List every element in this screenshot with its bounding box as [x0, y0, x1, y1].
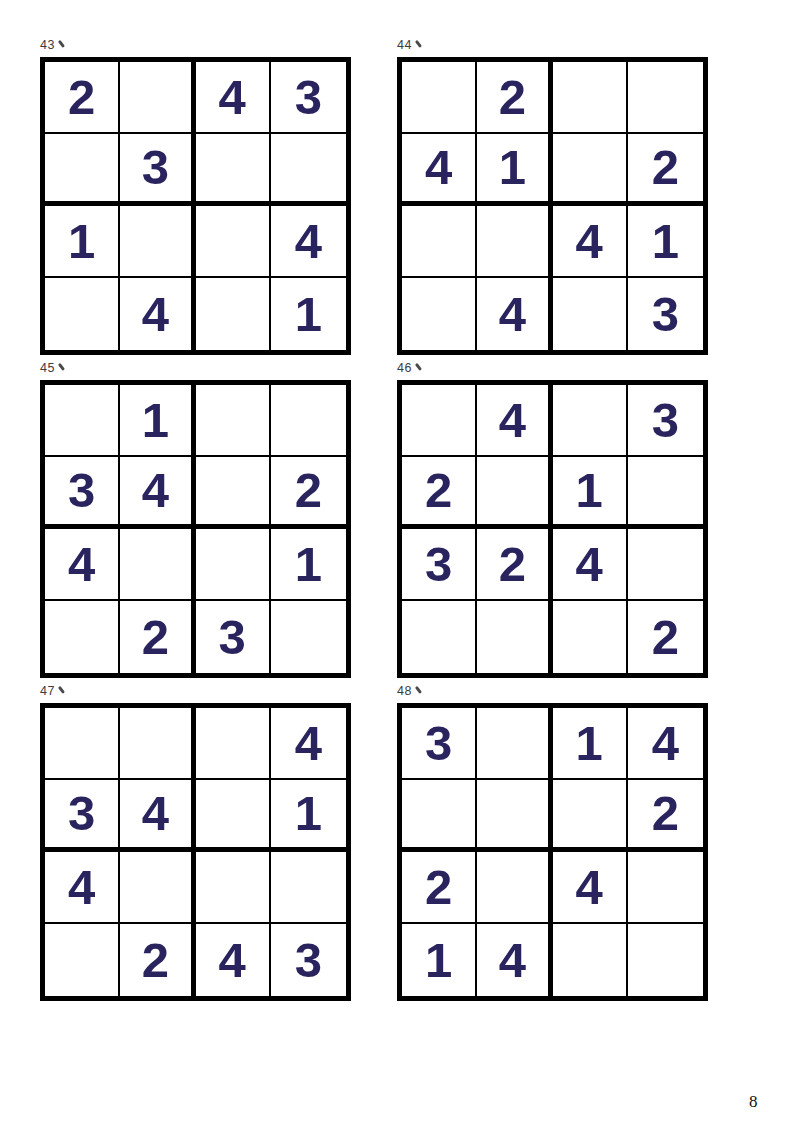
cell-r1c1: 2	[45, 62, 120, 134]
puzzle-46: 46 43213242	[397, 361, 708, 678]
cell-r1c2: 4	[477, 385, 552, 457]
sudoku-board-44: 24124143	[397, 57, 708, 355]
cell-r3c3: 4	[553, 852, 628, 924]
cell-r1c4: 4	[271, 708, 346, 780]
puzzle-44-number: 44	[397, 38, 412, 52]
cell-r1c3	[196, 385, 271, 457]
cell-r3c1: 2	[402, 852, 477, 924]
cell-r3c3: 4	[553, 206, 628, 278]
puzzle-47-label: 47	[40, 684, 351, 698]
cell-r2c4: 1	[271, 780, 346, 852]
cell-r4c2: 4	[477, 924, 552, 996]
sudoku-board-43: 24331441	[40, 57, 351, 355]
cell-r2c3: 1	[553, 457, 628, 529]
cell-r4c4: 3	[271, 924, 346, 996]
cell-r1c2: 2	[477, 62, 552, 134]
cell-r4c4: 2	[628, 601, 703, 673]
cell-r1c2: 1	[120, 385, 195, 457]
cell-r4c2	[477, 601, 552, 673]
cell-r2c2: 1	[477, 134, 552, 206]
cell-r4c4: 3	[628, 278, 703, 350]
cell-r1c2	[477, 708, 552, 780]
puzzle-45: 45 13424123	[40, 361, 351, 678]
cell-r1c1: 3	[402, 708, 477, 780]
cell-r3c1: 4	[45, 529, 120, 601]
cell-r3c4	[628, 529, 703, 601]
puzzle-48-number: 48	[397, 684, 412, 698]
cell-r2c4: 2	[628, 780, 703, 852]
puzzle-43: 43 24331441	[40, 38, 351, 355]
cell-r3c3	[196, 206, 271, 278]
cell-r1c4	[628, 62, 703, 134]
cell-r3c1: 3	[402, 529, 477, 601]
sudoku-board-46: 43213242	[397, 380, 708, 678]
cell-r1c4: 4	[628, 708, 703, 780]
cell-r3c2	[477, 852, 552, 924]
cell-r3c4: 1	[271, 529, 346, 601]
cell-r4c3	[196, 278, 271, 350]
cell-r4c3	[553, 278, 628, 350]
enumeration-comma-icon	[415, 40, 422, 48]
cell-r4c2: 2	[120, 924, 195, 996]
cell-r2c3	[196, 780, 271, 852]
cell-r4c4	[628, 924, 703, 996]
cell-r3c2	[120, 529, 195, 601]
cell-r3c1: 1	[45, 206, 120, 278]
cell-r2c1: 3	[45, 780, 120, 852]
cell-r2c4: 2	[628, 134, 703, 206]
cell-r3c2	[120, 852, 195, 924]
cell-r1c1	[45, 708, 120, 780]
cell-r4c1	[402, 601, 477, 673]
cell-r2c3	[196, 457, 271, 529]
cell-r4c1	[402, 278, 477, 350]
puzzle-44: 44 24124143	[397, 38, 708, 355]
puzzle-47-number: 47	[40, 684, 55, 698]
puzzle-43-label: 43	[40, 38, 351, 52]
cell-r3c1	[402, 206, 477, 278]
cell-r4c1	[45, 601, 120, 673]
cell-r2c1: 2	[402, 457, 477, 529]
cell-r2c1	[45, 134, 120, 206]
cell-r2c1: 4	[402, 134, 477, 206]
cell-r1c1	[402, 62, 477, 134]
enumeration-comma-icon	[58, 686, 65, 694]
cell-r2c3	[553, 780, 628, 852]
cell-r1c4: 3	[271, 62, 346, 134]
cell-r1c2	[120, 62, 195, 134]
cell-r2c1: 3	[45, 457, 120, 529]
cell-r2c2: 4	[120, 780, 195, 852]
cell-r1c4: 3	[628, 385, 703, 457]
page-number: 8	[749, 1092, 758, 1112]
cell-r2c4	[271, 134, 346, 206]
cell-r1c1	[402, 385, 477, 457]
cell-r4c3	[553, 601, 628, 673]
cell-r3c2: 2	[477, 529, 552, 601]
cell-r2c3	[196, 134, 271, 206]
enumeration-comma-icon	[58, 40, 65, 48]
cell-r4c2: 2	[120, 601, 195, 673]
puzzle-46-number: 46	[397, 361, 412, 375]
puzzle-43-number: 43	[40, 38, 55, 52]
enumeration-comma-icon	[58, 363, 65, 371]
puzzle-45-label: 45	[40, 361, 351, 375]
cell-r2c3	[553, 134, 628, 206]
cell-r3c4	[628, 852, 703, 924]
puzzle-48-label: 48	[397, 684, 708, 698]
cell-r1c3: 1	[553, 708, 628, 780]
sudoku-board-45: 13424123	[40, 380, 351, 678]
cell-r4c1	[45, 278, 120, 350]
cell-r1c3: 4	[196, 62, 271, 134]
cell-r2c4	[628, 457, 703, 529]
cell-r4c3: 4	[196, 924, 271, 996]
puzzle-44-label: 44	[397, 38, 708, 52]
cell-r2c2	[477, 457, 552, 529]
cell-r4c1: 1	[402, 924, 477, 996]
cell-r3c2	[477, 206, 552, 278]
cell-r3c3	[196, 529, 271, 601]
cell-r3c3	[196, 852, 271, 924]
cell-r3c4	[271, 852, 346, 924]
cell-r3c4: 4	[271, 206, 346, 278]
cell-r1c2	[120, 708, 195, 780]
cell-r2c1	[402, 780, 477, 852]
cell-r1c4	[271, 385, 346, 457]
cell-r3c4: 1	[628, 206, 703, 278]
cell-r4c2: 4	[120, 278, 195, 350]
cell-r4c4: 1	[271, 278, 346, 350]
cell-r1c3	[553, 385, 628, 457]
cell-r2c2: 4	[120, 457, 195, 529]
puzzle-46-label: 46	[397, 361, 708, 375]
cell-r2c4: 2	[271, 457, 346, 529]
cell-r1c3	[553, 62, 628, 134]
cell-r4c1	[45, 924, 120, 996]
cell-r4c4	[271, 601, 346, 673]
puzzle-45-number: 45	[40, 361, 55, 375]
puzzle-48: 48 31422414	[397, 684, 708, 1001]
cell-r4c3: 3	[196, 601, 271, 673]
cell-r1c3	[196, 708, 271, 780]
enumeration-comma-icon	[415, 363, 422, 371]
cell-r4c3	[553, 924, 628, 996]
cell-r1c1	[45, 385, 120, 457]
cell-r2c2: 3	[120, 134, 195, 206]
cell-r3c1: 4	[45, 852, 120, 924]
cell-r2c2	[477, 780, 552, 852]
enumeration-comma-icon	[415, 686, 422, 694]
puzzle-47: 47 43414243	[40, 684, 351, 1001]
cell-r3c3: 4	[553, 529, 628, 601]
sudoku-board-48: 31422414	[397, 703, 708, 1001]
sudoku-board-47: 43414243	[40, 703, 351, 1001]
cell-r3c2	[120, 206, 195, 278]
cell-r4c2: 4	[477, 278, 552, 350]
